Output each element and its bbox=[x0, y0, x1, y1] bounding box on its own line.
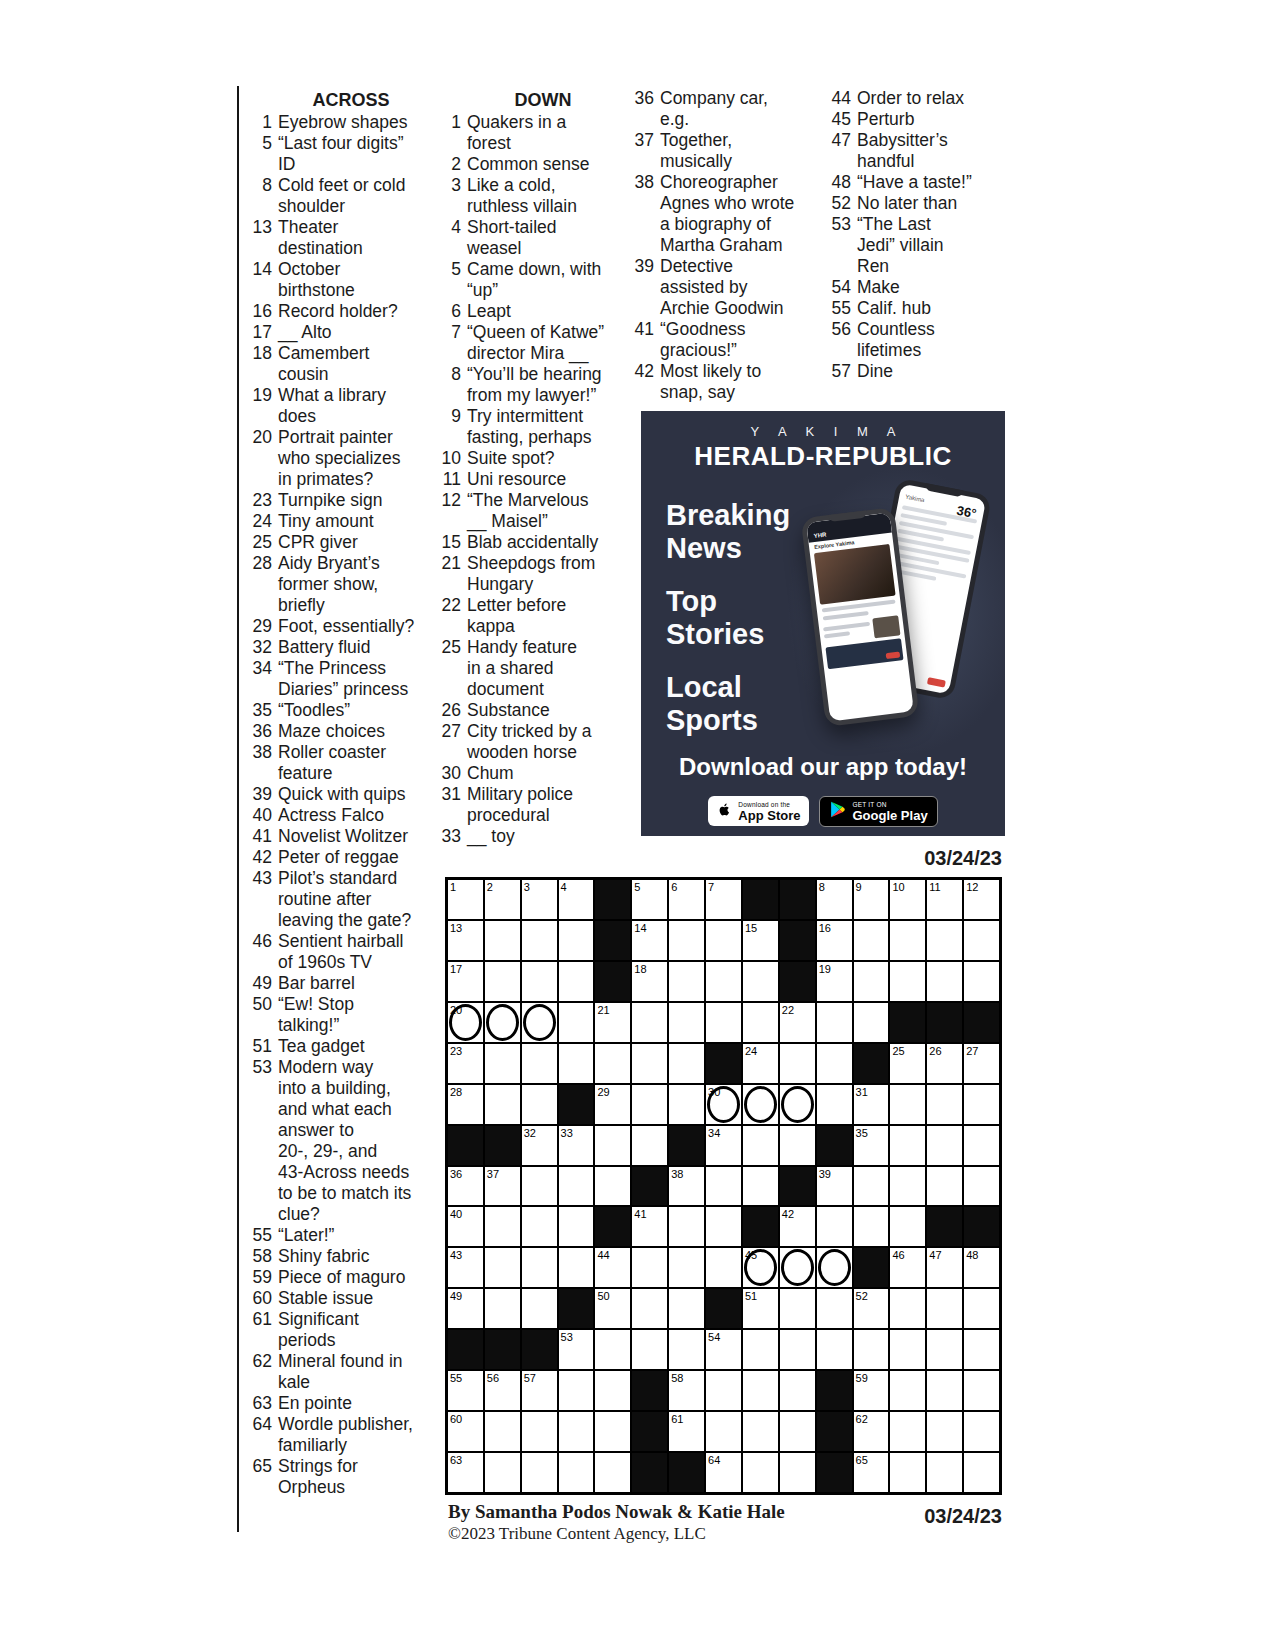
grid-cell-r5c5[interactable] bbox=[595, 1044, 630, 1083]
grid-cell-r7c13[interactable] bbox=[890, 1126, 925, 1165]
grid-cell-r15c5[interactable] bbox=[595, 1453, 630, 1492]
clue-down-38: 38Choreographer Agnes who wrote a biogra… bbox=[616, 172, 800, 256]
clue-across-46: 46Sentient hairball of 1960s TV bbox=[244, 931, 418, 973]
clue-number: 9 bbox=[433, 406, 467, 448]
grid-cell-r1c6[interactable]: 5 bbox=[632, 880, 667, 919]
clue-across-17: 17__ Alto bbox=[244, 322, 418, 343]
clue-number: 40 bbox=[244, 805, 278, 826]
cell-number: 8 bbox=[819, 881, 825, 893]
grid-cell-r10c5[interactable]: 44 bbox=[595, 1248, 630, 1287]
clue-number: 43 bbox=[244, 868, 278, 931]
grid-cell-r8c8[interactable] bbox=[706, 1167, 741, 1206]
clue-across-59: 59Piece of maguro bbox=[244, 1267, 418, 1288]
grid-cell-r6c3[interactable] bbox=[522, 1085, 557, 1124]
cell-number: 19 bbox=[819, 963, 831, 975]
grid-cell-r15c15[interactable] bbox=[964, 1453, 999, 1492]
clue-across-25: 25CPR giver bbox=[244, 532, 418, 553]
grid-cell-r9c5 bbox=[595, 1207, 630, 1246]
grid-cell-r7c8[interactable]: 34 bbox=[706, 1126, 741, 1165]
cell-number: 29 bbox=[597, 1086, 609, 1098]
google-play-badge[interactable]: GET IT ON Google Play bbox=[819, 796, 937, 827]
grid-cell-r15c1[interactable]: 63 bbox=[448, 1453, 483, 1492]
grid-cell-r1c7[interactable]: 6 bbox=[669, 880, 704, 919]
grid-cell-r3c2[interactable] bbox=[485, 962, 520, 1001]
grid-cell-r13c10[interactable] bbox=[780, 1371, 815, 1410]
grid-cell-r2c13[interactable] bbox=[890, 921, 925, 960]
cell-number: 14 bbox=[634, 922, 646, 934]
grid-cell-r7c6[interactable] bbox=[632, 1126, 667, 1165]
grid-cell-r8c11[interactable]: 39 bbox=[817, 1167, 852, 1206]
grid-cell-r15c12[interactable]: 65 bbox=[854, 1453, 889, 1492]
grid-cell-r14c13[interactable] bbox=[890, 1412, 925, 1451]
grid-cell-r12c10[interactable] bbox=[780, 1330, 815, 1369]
grid-cell-r7c9[interactable] bbox=[743, 1126, 778, 1165]
cell-number: 44 bbox=[597, 1249, 609, 1261]
grid-cell-r12c13[interactable] bbox=[890, 1330, 925, 1369]
cell-number: 48 bbox=[966, 1249, 978, 1261]
grid-cell-r2c2[interactable] bbox=[485, 921, 520, 960]
grid-cell-r15c9[interactable] bbox=[743, 1453, 778, 1492]
cell-number: 55 bbox=[450, 1372, 462, 1384]
clue-down-39: 39Detective assisted by Archie Goodwin bbox=[616, 256, 800, 319]
grid-cell-r12c4[interactable]: 53 bbox=[559, 1330, 594, 1369]
grid-cell-r13c12[interactable]: 59 bbox=[854, 1371, 889, 1410]
grid-cell-r9c4[interactable] bbox=[559, 1207, 594, 1246]
cell-number: 41 bbox=[634, 1208, 646, 1220]
grid-cell-r5c4[interactable] bbox=[559, 1044, 594, 1083]
clue-text: “Toodles” bbox=[278, 700, 418, 721]
clue-text: Roller coaster feature bbox=[278, 742, 418, 784]
grid-cell-r15c3[interactable] bbox=[522, 1453, 557, 1492]
grid-cell-r5c9[interactable]: 24 bbox=[743, 1044, 778, 1083]
clue-across-16: 16Record holder? bbox=[244, 301, 418, 322]
grid-cell-r1c1[interactable]: 1 bbox=[448, 880, 483, 919]
grid-cell-r10c2[interactable] bbox=[485, 1248, 520, 1287]
grid-cell-r15c11 bbox=[817, 1453, 852, 1492]
grid-cell-r7c5[interactable] bbox=[595, 1126, 630, 1165]
clue-down-52: 52No later than bbox=[799, 193, 985, 214]
phone-red-button bbox=[927, 677, 946, 687]
clue-text: Sheepdogs from Hungary bbox=[467, 553, 611, 595]
grid-cell-r6c8[interactable]: 30 bbox=[706, 1085, 741, 1124]
grid-cell-r12c5[interactable] bbox=[595, 1330, 630, 1369]
grid-cell-r13c13[interactable] bbox=[890, 1371, 925, 1410]
clue-down-15: 15Blab accidentally bbox=[433, 532, 611, 553]
grid-cell-r7c15[interactable] bbox=[964, 1126, 999, 1165]
grid-cell-r13c14[interactable] bbox=[927, 1371, 962, 1410]
grid-cell-r14c2[interactable] bbox=[485, 1412, 520, 1451]
clue-text: “Goodness gracious!” bbox=[660, 319, 800, 361]
grid-cell-r1c13[interactable]: 10 bbox=[890, 880, 925, 919]
clue-text: Order to relax bbox=[857, 88, 985, 109]
grid-cell-r14c10[interactable] bbox=[780, 1412, 815, 1451]
grid-cell-r5c1[interactable]: 23 bbox=[448, 1044, 483, 1083]
grid-cell-r8c9[interactable] bbox=[743, 1167, 778, 1206]
grid-cell-r4c2[interactable] bbox=[485, 1003, 520, 1042]
grid-cell-r2c6[interactable]: 14 bbox=[632, 921, 667, 960]
grid-cell-r2c7[interactable] bbox=[669, 921, 704, 960]
grid-cell-r6c2[interactable] bbox=[485, 1085, 520, 1124]
grid-cell-r3c10 bbox=[780, 962, 815, 1001]
grid-cell-r14c1[interactable]: 60 bbox=[448, 1412, 483, 1451]
grid-cell-r12c14[interactable] bbox=[927, 1330, 962, 1369]
clue-across-51: 51Tea gadget bbox=[244, 1036, 418, 1057]
grid-cell-r9c10[interactable]: 42 bbox=[780, 1207, 815, 1246]
clue-number: 25 bbox=[433, 637, 467, 700]
clue-across-41: 41Novelist Wolitzer bbox=[244, 826, 418, 847]
grid-cell-r9c11[interactable] bbox=[817, 1207, 852, 1246]
grid-cell-r11c6[interactable] bbox=[632, 1289, 667, 1328]
grid-cell-r13c8[interactable] bbox=[706, 1371, 741, 1410]
grid-cell-r9c3[interactable] bbox=[522, 1207, 557, 1246]
cell-number: 65 bbox=[856, 1454, 868, 1466]
grid-cell-r1c15[interactable]: 12 bbox=[964, 880, 999, 919]
clue-down-2: 2Common sense bbox=[433, 154, 611, 175]
grid-cell-r7c1 bbox=[448, 1126, 483, 1165]
grid-cell-r13c4[interactable] bbox=[559, 1371, 594, 1410]
cell-number: 23 bbox=[450, 1045, 462, 1057]
grid-cell-r6c6[interactable] bbox=[632, 1085, 667, 1124]
grid-cell-r8c1[interactable]: 36 bbox=[448, 1167, 483, 1206]
clue-across-55: 55“Later!” bbox=[244, 1225, 418, 1246]
grid-cell-r3c14[interactable] bbox=[927, 962, 962, 1001]
grid-cell-r8c15[interactable] bbox=[964, 1167, 999, 1206]
grid-cell-r4c3[interactable] bbox=[522, 1003, 557, 1042]
cell-number: 37 bbox=[487, 1168, 499, 1180]
cell-number: 46 bbox=[892, 1249, 904, 1261]
grid-cell-r10c10[interactable] bbox=[780, 1248, 815, 1287]
grid-cell-r3c7[interactable] bbox=[669, 962, 704, 1001]
grid-cell-r13c1[interactable]: 55 bbox=[448, 1371, 483, 1410]
grid-cell-r6c1[interactable]: 28 bbox=[448, 1085, 483, 1124]
clue-number: 42 bbox=[616, 361, 660, 403]
grid-cell-r14c6 bbox=[632, 1412, 667, 1451]
grid-cell-r6c7[interactable] bbox=[669, 1085, 704, 1124]
grid-cell-r4c11[interactable] bbox=[817, 1003, 852, 1042]
grid-cell-r13c7[interactable]: 58 bbox=[669, 1371, 704, 1410]
grid-cell-r13c3[interactable]: 57 bbox=[522, 1371, 557, 1410]
grid-cell-r15c8[interactable]: 64 bbox=[706, 1453, 741, 1492]
grid-cell-r10c11[interactable] bbox=[817, 1248, 852, 1287]
grid-cell-r6c11[interactable] bbox=[817, 1085, 852, 1124]
grid-cell-r4c6[interactable] bbox=[632, 1003, 667, 1042]
clue-across-65: 65Strings for Orpheus bbox=[244, 1456, 418, 1498]
grid-cell-r1c5 bbox=[595, 880, 630, 919]
grid-cell-r5c14[interactable]: 26 bbox=[927, 1044, 962, 1083]
grid-cell-r7c12[interactable]: 35 bbox=[854, 1126, 889, 1165]
grid-cell-r2c4[interactable] bbox=[559, 921, 594, 960]
grid-cell-r2c1[interactable]: 13 bbox=[448, 921, 483, 960]
clue-text: Countless lifetimes bbox=[857, 319, 985, 361]
grid-cell-r11c10[interactable] bbox=[780, 1289, 815, 1328]
grid-cell-r5c11[interactable] bbox=[817, 1044, 852, 1083]
clue-across-58: 58Shiny fabric bbox=[244, 1246, 418, 1267]
grid-cell-r1c8[interactable]: 7 bbox=[706, 880, 741, 919]
grid-cell-r1c14[interactable]: 11 bbox=[927, 880, 962, 919]
grid-cell-r11c12[interactable]: 52 bbox=[854, 1289, 889, 1328]
crossword-grid: 1234567891011121314151617181920212223242… bbox=[445, 877, 1002, 1495]
grid-cell-r4c5[interactable]: 21 bbox=[595, 1003, 630, 1042]
clue-down-12: 12“The Marvelous __ Maisel” bbox=[433, 490, 611, 532]
grid-cell-r11c9[interactable]: 51 bbox=[743, 1289, 778, 1328]
cell-number: 58 bbox=[671, 1372, 683, 1384]
grid-cell-r4c14 bbox=[927, 1003, 962, 1042]
down-clue-list-3: 44Order to relax45Perturb47Babysitter’s … bbox=[799, 88, 985, 382]
clue-number: 39 bbox=[616, 256, 660, 319]
cell-number: 17 bbox=[450, 963, 462, 975]
grid-cell-r2c9[interactable]: 15 bbox=[743, 921, 778, 960]
grid-cell-r3c11[interactable]: 19 bbox=[817, 962, 852, 1001]
grid-cell-r2c11[interactable]: 16 bbox=[817, 921, 852, 960]
grid-cell-r15c2[interactable] bbox=[485, 1453, 520, 1492]
grid-cell-r7c4[interactable]: 33 bbox=[559, 1126, 594, 1165]
grid-cell-r8c13[interactable] bbox=[890, 1167, 925, 1206]
grid-cell-r8c7[interactable]: 38 bbox=[669, 1167, 704, 1206]
grid-cell-r2c3[interactable] bbox=[522, 921, 557, 960]
grid-cell-r6c9[interactable] bbox=[743, 1085, 778, 1124]
grid-cell-r10c4[interactable] bbox=[559, 1248, 594, 1287]
grid-cell-r4c9[interactable] bbox=[743, 1003, 778, 1042]
grid-cell-r12c12[interactable] bbox=[854, 1330, 889, 1369]
grid-cell-r11c1[interactable]: 49 bbox=[448, 1289, 483, 1328]
grid-cell-r1c11[interactable]: 8 bbox=[817, 880, 852, 919]
grid-cell-r14c15[interactable] bbox=[964, 1412, 999, 1451]
clue-text: Substance bbox=[467, 700, 611, 721]
grid-cell-r6c12[interactable]: 31 bbox=[854, 1085, 889, 1124]
grid-cell-r8c12[interactable] bbox=[854, 1167, 889, 1206]
grid-cell-r8c4[interactable] bbox=[559, 1167, 594, 1206]
grid-cell-r9c2[interactable] bbox=[485, 1207, 520, 1246]
grid-cell-r12c11[interactable] bbox=[817, 1330, 852, 1369]
grid-cell-r2c14[interactable] bbox=[927, 921, 962, 960]
grid-cell-r1c12[interactable]: 9 bbox=[854, 880, 889, 919]
grid-cell-r9c12[interactable] bbox=[854, 1207, 889, 1246]
grid-cell-r4c4[interactable] bbox=[559, 1003, 594, 1042]
clue-number: 30 bbox=[433, 763, 467, 784]
cell-number: 26 bbox=[929, 1045, 941, 1057]
grid-cell-r9c1[interactable]: 40 bbox=[448, 1207, 483, 1246]
grid-cell-r6c5[interactable]: 29 bbox=[595, 1085, 630, 1124]
grid-cell-r12c7[interactable] bbox=[669, 1330, 704, 1369]
grid-cell-r11c15[interactable] bbox=[964, 1289, 999, 1328]
grid-cell-r14c8[interactable] bbox=[706, 1412, 741, 1451]
clue-text: Chum bbox=[467, 763, 611, 784]
grid-cell-r9c13[interactable] bbox=[890, 1207, 925, 1246]
cell-number: 10 bbox=[892, 881, 904, 893]
grid-cell-r9c7[interactable] bbox=[669, 1207, 704, 1246]
grid-cell-r5c10[interactable] bbox=[780, 1044, 815, 1083]
ad-feature-0: Breaking News bbox=[666, 499, 790, 565]
grid-cell-r15c4[interactable] bbox=[559, 1453, 594, 1492]
grid-cell-r7c7 bbox=[669, 1126, 704, 1165]
clue-across-23: 23Turnpike sign bbox=[244, 490, 418, 511]
clue-down-9: 9Try intermittent fasting, perhaps bbox=[433, 406, 611, 448]
grid-cell-r5c15[interactable]: 27 bbox=[964, 1044, 999, 1083]
grid-cell-r14c9[interactable] bbox=[743, 1412, 778, 1451]
grid-cell-r11c4 bbox=[559, 1289, 594, 1328]
clue-down-11: 11Uni resource bbox=[433, 469, 611, 490]
clue-down-27: 27City tricked by a wooden horse bbox=[433, 721, 611, 763]
grid-cell-r3c15[interactable] bbox=[964, 962, 999, 1001]
grid-cell-r6c14[interactable] bbox=[927, 1085, 962, 1124]
cell-number: 5 bbox=[634, 881, 640, 893]
grid-cell-r5c3[interactable] bbox=[522, 1044, 557, 1083]
cell-number: 54 bbox=[708, 1331, 720, 1343]
grid-cell-r2c15[interactable] bbox=[964, 921, 999, 960]
grid-cell-r12c15[interactable] bbox=[964, 1330, 999, 1369]
clue-number: 2 bbox=[433, 154, 467, 175]
clue-text: Aidy Bryant’s former show, briefly bbox=[278, 553, 418, 616]
grid-cell-r10c13[interactable]: 46 bbox=[890, 1248, 925, 1287]
grid-cell-r4c15 bbox=[964, 1003, 999, 1042]
grid-cell-r1c9 bbox=[743, 880, 778, 919]
grid-cell-r4c8[interactable] bbox=[706, 1003, 741, 1042]
clue-number: 45 bbox=[799, 109, 857, 130]
grid-cell-r15c13[interactable] bbox=[890, 1453, 925, 1492]
clue-text: Quick with quips bbox=[278, 784, 418, 805]
grid-cell-r9c6[interactable]: 41 bbox=[632, 1207, 667, 1246]
grid-cell-r10c6[interactable] bbox=[632, 1248, 667, 1287]
clue-text: Most likely to snap, say bbox=[660, 361, 800, 403]
grid-cell-r4c1[interactable]: 20 bbox=[448, 1003, 483, 1042]
grid-cell-r8c14[interactable] bbox=[927, 1167, 962, 1206]
grid-cell-r14c12[interactable]: 62 bbox=[854, 1412, 889, 1451]
clue-text: Together, musically bbox=[660, 130, 800, 172]
app-store-badge[interactable]: Download on the App Store bbox=[708, 796, 809, 826]
clue-across-20: 20Portrait painter who specializes in pr… bbox=[244, 427, 418, 490]
grid-cell-r12c6[interactable] bbox=[632, 1330, 667, 1369]
grid-cell-r3c8[interactable] bbox=[706, 962, 741, 1001]
cell-number: 51 bbox=[745, 1290, 757, 1302]
clue-down-57: 57Dine bbox=[799, 361, 985, 382]
grid-cell-r10c7[interactable] bbox=[669, 1248, 704, 1287]
grid-cell-r14c7[interactable]: 61 bbox=[669, 1412, 704, 1451]
grid-cell-r3c12[interactable] bbox=[854, 962, 889, 1001]
grid-cell-r5c2[interactable] bbox=[485, 1044, 520, 1083]
grid-cell-r8c2[interactable]: 37 bbox=[485, 1167, 520, 1206]
grid-cell-r13c9[interactable] bbox=[743, 1371, 778, 1410]
grid-cell-r3c3[interactable] bbox=[522, 962, 557, 1001]
grid-cell-r14c4[interactable] bbox=[559, 1412, 594, 1451]
grid-cell-r12c8[interactable]: 54 bbox=[706, 1330, 741, 1369]
grid-cell-r11c5[interactable]: 50 bbox=[595, 1289, 630, 1328]
grid-cell-r11c11[interactable] bbox=[817, 1289, 852, 1328]
clue-across-49: 49Bar barrel bbox=[244, 973, 418, 994]
clue-across-39: 39Quick with quips bbox=[244, 784, 418, 805]
grid-cell-r7c10[interactable] bbox=[780, 1126, 815, 1165]
grid-cell-r10c1[interactable]: 43 bbox=[448, 1248, 483, 1287]
cell-number: 43 bbox=[450, 1249, 462, 1261]
grid-cell-r3c4[interactable] bbox=[559, 962, 594, 1001]
clue-down-56: 56Countless lifetimes bbox=[799, 319, 985, 361]
cell-number: 49 bbox=[450, 1290, 462, 1302]
grid-cell-r6c13[interactable] bbox=[890, 1085, 925, 1124]
grid-cell-r15c14[interactable] bbox=[927, 1453, 962, 1492]
clue-text: Quakers in a forest bbox=[467, 112, 611, 154]
grid-cell-r5c13[interactable]: 25 bbox=[890, 1044, 925, 1083]
across-clue-list: 1Eyebrow shapes5“Last four digits” ID8Co… bbox=[244, 112, 418, 1498]
grid-cell-r15c6 bbox=[632, 1453, 667, 1492]
grid-cell-r10c14[interactable]: 47 bbox=[927, 1248, 962, 1287]
grid-cell-r5c7[interactable] bbox=[669, 1044, 704, 1083]
grid-cell-r9c8[interactable] bbox=[706, 1207, 741, 1246]
clue-text: Like a cold, ruthless villain bbox=[467, 175, 611, 217]
grid-cell-r13c15[interactable] bbox=[964, 1371, 999, 1410]
ad-call-to-action: Download our app today! bbox=[641, 753, 1005, 781]
clue-down-41: 41“Goodness gracious!” bbox=[616, 319, 800, 361]
grid-cell-r2c10 bbox=[780, 921, 815, 960]
grid-cell-r14c3[interactable] bbox=[522, 1412, 557, 1451]
grid-cell-r13c5[interactable] bbox=[595, 1371, 630, 1410]
clue-down-1: 1Quakers in a forest bbox=[433, 112, 611, 154]
clue-number: 1 bbox=[433, 112, 467, 154]
clue-across-14: 14October birthstone bbox=[244, 259, 418, 301]
grid-cell-r8c5[interactable] bbox=[595, 1167, 630, 1206]
grid-cell-r11c7[interactable] bbox=[669, 1289, 704, 1328]
grid-cell-r3c13[interactable] bbox=[890, 962, 925, 1001]
grid-cell-r11c13[interactable] bbox=[890, 1289, 925, 1328]
grid-cell-r10c15[interactable]: 48 bbox=[964, 1248, 999, 1287]
clue-text: Uni resource bbox=[467, 469, 611, 490]
grid-cell-r13c2[interactable]: 56 bbox=[485, 1371, 520, 1410]
grid-cell-r3c1[interactable]: 17 bbox=[448, 962, 483, 1001]
grid-cell-r1c2[interactable]: 2 bbox=[485, 880, 520, 919]
clue-number: 36 bbox=[616, 88, 660, 130]
clue-number: 55 bbox=[799, 298, 857, 319]
clue-text: Sentient hairball of 1960s TV bbox=[278, 931, 418, 973]
grid-cell-r13c6 bbox=[632, 1371, 667, 1410]
grid-cell-r14c14[interactable] bbox=[927, 1412, 962, 1451]
grid-cell-r6c10[interactable] bbox=[780, 1085, 815, 1124]
grid-cell-r3c6[interactable]: 18 bbox=[632, 962, 667, 1001]
clue-number: 38 bbox=[244, 742, 278, 784]
grid-cell-r1c4[interactable]: 4 bbox=[559, 880, 594, 919]
grid-cell-r4c12[interactable] bbox=[854, 1003, 889, 1042]
clue-number: 17 bbox=[244, 322, 278, 343]
grid-cell-r2c12[interactable] bbox=[854, 921, 889, 960]
grid-cell-r14c5[interactable] bbox=[595, 1412, 630, 1451]
grid-cell-r7c14[interactable] bbox=[927, 1126, 962, 1165]
grid-cell-r1c3[interactable]: 3 bbox=[522, 880, 557, 919]
grid-cell-r4c10[interactable]: 22 bbox=[780, 1003, 815, 1042]
clue-number: 44 bbox=[799, 88, 857, 109]
grid-cell-r2c8[interactable] bbox=[706, 921, 741, 960]
grid-cell-r11c3[interactable] bbox=[522, 1289, 557, 1328]
grid-cell-r8c3[interactable] bbox=[522, 1167, 557, 1206]
grid-cell-r11c14[interactable] bbox=[927, 1289, 962, 1328]
grid-cell-r10c8[interactable] bbox=[706, 1248, 741, 1287]
grid-cell-r15c10[interactable] bbox=[780, 1453, 815, 1492]
grid-cell-r5c6[interactable] bbox=[632, 1044, 667, 1083]
cell-number: 56 bbox=[487, 1372, 499, 1384]
clue-text: Military police procedural bbox=[467, 784, 611, 826]
clue-number: 57 bbox=[799, 361, 857, 382]
clue-across-5: 5“Last four digits” ID bbox=[244, 133, 418, 175]
grid-cell-r11c2[interactable] bbox=[485, 1289, 520, 1328]
clue-down-42: 42Most likely to snap, say bbox=[616, 361, 800, 403]
grid-cell-r4c7[interactable] bbox=[669, 1003, 704, 1042]
grid-cell-r10c3[interactable] bbox=[522, 1248, 557, 1287]
clue-text: Make bbox=[857, 277, 985, 298]
grid-cell-r10c9[interactable]: 45 bbox=[743, 1248, 778, 1287]
clue-text: Try intermittent fasting, perhaps bbox=[467, 406, 611, 448]
grid-cell-r10c12 bbox=[854, 1248, 889, 1287]
grid-cell-r3c9[interactable] bbox=[743, 962, 778, 1001]
down-clue-list-1: 1Quakers in a forest2Common sense3Like a… bbox=[433, 112, 611, 847]
grid-cell-r7c3[interactable]: 32 bbox=[522, 1126, 557, 1165]
grid-cell-r6c15[interactable] bbox=[964, 1085, 999, 1124]
grid-cell-r12c9[interactable] bbox=[743, 1330, 778, 1369]
